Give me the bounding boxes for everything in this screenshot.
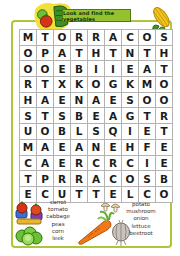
grid-cell[interactable]: S: [122, 93, 139, 109]
grid-cell[interactable]: T: [71, 46, 88, 62]
grid-cell[interactable]: A: [88, 93, 105, 109]
grid-cell[interactable]: C: [105, 171, 122, 187]
grid-cell[interactable]: R: [105, 156, 122, 172]
grid-cell[interactable]: H: [122, 140, 139, 156]
grid-cell[interactable]: A: [37, 140, 54, 156]
grid-cell[interactable]: S: [20, 108, 37, 124]
grid-cell[interactable]: R: [88, 30, 105, 46]
grid-cell[interactable]: F: [139, 140, 156, 156]
worksheet-page: Look and find the vegetables MTORRACOSOP…: [0, 0, 180, 256]
grid-cell[interactable]: M: [20, 30, 37, 46]
word-list-item: onion: [121, 215, 161, 222]
word-list-item: lettuce: [121, 223, 161, 230]
grid-cell[interactable]: O: [88, 77, 105, 93]
grid-cell[interactable]: O: [156, 93, 173, 109]
grid-cell[interactable]: T: [105, 46, 122, 62]
word-list-item: corn: [40, 228, 76, 235]
grid-cell[interactable]: E: [105, 93, 122, 109]
grid-cell[interactable]: B: [71, 108, 88, 124]
word-list-item: tomato: [40, 206, 76, 213]
grid-cell[interactable]: B: [54, 124, 71, 140]
grid-cell[interactable]: H: [156, 46, 173, 62]
grid-cell[interactable]: O: [156, 77, 173, 93]
grid-cell[interactable]: A: [139, 61, 156, 77]
grid-cell[interactable]: T: [37, 108, 54, 124]
grid-cell[interactable]: G: [122, 108, 139, 124]
grid-cell[interactable]: Q: [105, 124, 122, 140]
grid-cell[interactable]: I: [139, 156, 156, 172]
grid-cell[interactable]: A: [37, 93, 54, 109]
grid-cell[interactable]: T: [156, 61, 173, 77]
grid-cell[interactable]: O: [20, 46, 37, 62]
grid-cell[interactable]: E: [156, 140, 173, 156]
grid-cell[interactable]: S: [156, 30, 173, 46]
grid-cell[interactable]: A: [105, 30, 122, 46]
grid-cell[interactable]: A: [105, 108, 122, 124]
grid-cell[interactable]: R: [71, 156, 88, 172]
grid-cell[interactable]: M: [139, 77, 156, 93]
grid-cell[interactable]: T: [156, 124, 173, 140]
grid-cell[interactable]: B: [71, 61, 88, 77]
word-list-item: potato: [121, 201, 161, 208]
grid-cell[interactable]: E: [88, 108, 105, 124]
grid-cell[interactable]: E: [139, 124, 156, 140]
grid-cell[interactable]: E: [54, 140, 71, 156]
word-list-item: leek: [40, 235, 76, 242]
grid-cell[interactable]: I: [105, 61, 122, 77]
grid-cell[interactable]: A: [88, 171, 105, 187]
grid-cell[interactable]: C: [88, 156, 105, 172]
grid-cell[interactable]: O: [37, 61, 54, 77]
word-list-item: peas: [40, 221, 76, 228]
word-list-item: beetroot: [121, 230, 161, 237]
grid-cell[interactable]: T: [37, 30, 54, 46]
grid-cell[interactable]: A: [37, 156, 54, 172]
grid-cell[interactable]: T: [20, 171, 37, 187]
word-list-right: potatomushroomonionlettucebeetroot: [121, 201, 161, 237]
grid-cell[interactable]: C: [20, 156, 37, 172]
grid-cell[interactable]: T: [37, 77, 54, 93]
grid-cell[interactable]: P: [37, 46, 54, 62]
grid-cell[interactable]: N: [122, 46, 139, 62]
grid-cell[interactable]: R: [71, 171, 88, 187]
grid-cell[interactable]: G: [105, 77, 122, 93]
grid-cell[interactable]: E: [105, 140, 122, 156]
tomatoes-icon: [15, 200, 43, 226]
grid-cell[interactable]: C: [122, 156, 139, 172]
word-list-item: mushroom: [121, 208, 161, 215]
grid-cell[interactable]: N: [88, 140, 105, 156]
grid-cell[interactable]: N: [71, 93, 88, 109]
grid-cell[interactable]: H: [88, 46, 105, 62]
grid-cell[interactable]: O: [139, 93, 156, 109]
grid-cell[interactable]: K: [122, 77, 139, 93]
grid-cell[interactable]: I: [88, 61, 105, 77]
grid-cell[interactable]: R: [20, 77, 37, 93]
grid-cell[interactable]: L: [71, 124, 88, 140]
grid-cell[interactable]: E: [54, 156, 71, 172]
grid-cell[interactable]: H: [20, 93, 37, 109]
wordsearch-grid: MTORRACOSOPATHTNTHOOEBIIEATRTXKOGKMOHAEN…: [19, 29, 173, 203]
worksheet-title: Look and find the vegetables: [62, 9, 131, 22]
grid-cell[interactable]: S: [54, 108, 71, 124]
grid-cell[interactable]: P: [37, 171, 54, 187]
grid-cell[interactable]: S: [88, 124, 105, 140]
grid-cell[interactable]: A: [54, 46, 71, 62]
grid-cell[interactable]: R: [156, 108, 173, 124]
grid-cell[interactable]: O: [139, 30, 156, 46]
word-list-left: carrottomatocabbagepeascornleek: [40, 199, 76, 242]
grid-cell[interactable]: B: [156, 171, 173, 187]
grid-cell[interactable]: C: [122, 30, 139, 46]
grid-cell[interactable]: O: [37, 124, 54, 140]
grid-cell[interactable]: K: [71, 77, 88, 93]
grid-cell[interactable]: E: [54, 93, 71, 109]
grid-cell[interactable]: X: [54, 77, 71, 93]
grid-cell[interactable]: S: [139, 171, 156, 187]
grid-cell[interactable]: E: [156, 156, 173, 172]
grid-cell[interactable]: E: [54, 61, 71, 77]
grid-cell[interactable]: E: [122, 61, 139, 77]
grid-cell[interactable]: O: [54, 30, 71, 46]
grid-cell[interactable]: T: [139, 108, 156, 124]
grid-cell[interactable]: U: [20, 124, 37, 140]
grid-cell[interactable]: O: [122, 171, 139, 187]
grid-cell[interactable]: R: [54, 171, 71, 187]
grid-cell[interactable]: I: [122, 124, 139, 140]
grid-cell[interactable]: O: [20, 61, 37, 77]
grid-cell[interactable]: A: [71, 140, 88, 156]
grid-cell[interactable]: T: [139, 46, 156, 62]
grid-cell[interactable]: R: [71, 30, 88, 46]
word-list-item: cabbage: [40, 213, 76, 220]
word-list-item: carrot: [40, 199, 76, 206]
grid-cell[interactable]: M: [20, 140, 37, 156]
